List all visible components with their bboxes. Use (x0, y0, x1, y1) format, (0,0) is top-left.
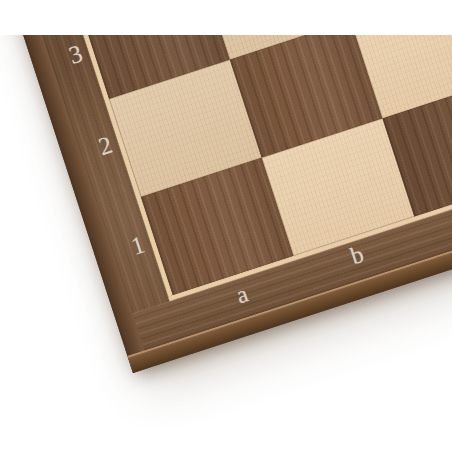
square-c3[interactable] (319, 0, 452, 20)
chessboard: 123ab (0, 0, 452, 373)
square-a4[interactable] (45, 0, 198, 1)
photo-background: 123ab (0, 0, 452, 452)
photo-area: 123ab (0, 0, 452, 452)
